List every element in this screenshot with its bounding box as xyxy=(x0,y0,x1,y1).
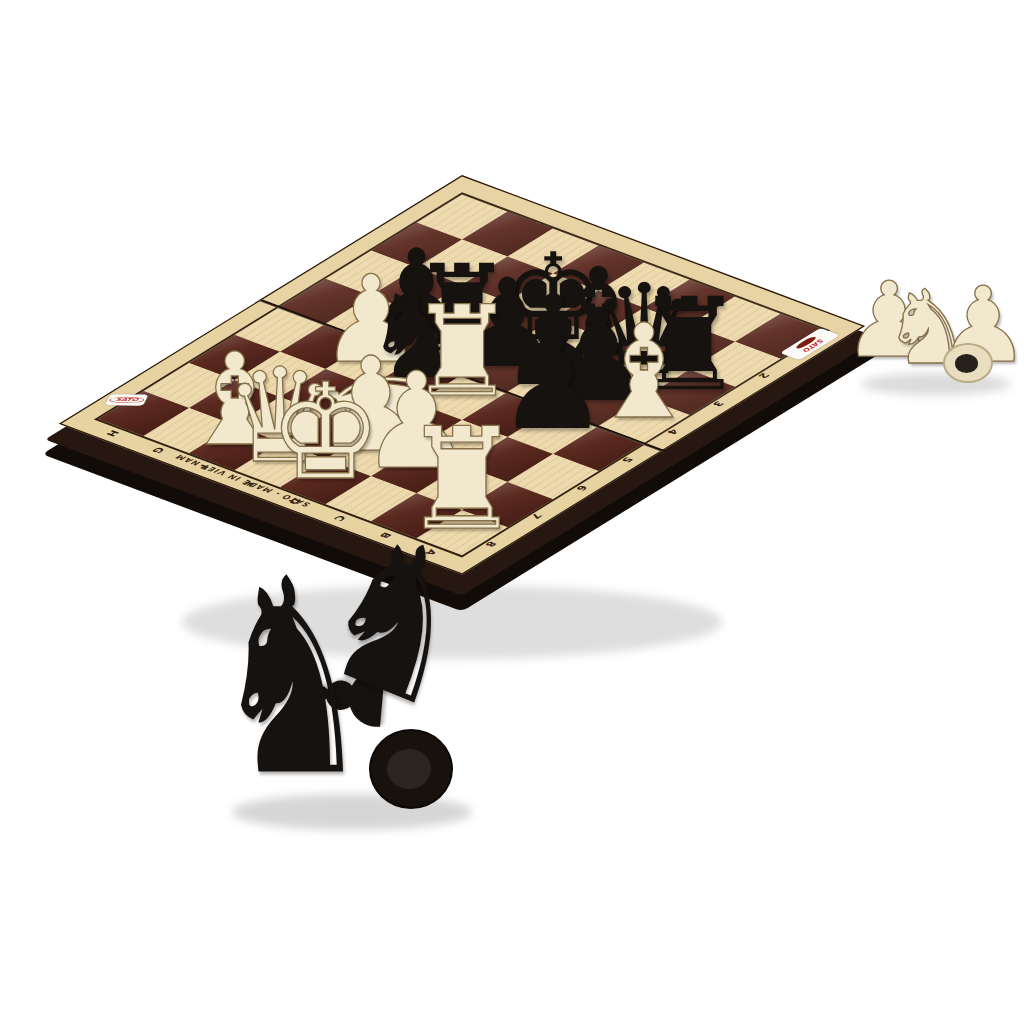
file-label-H: H xyxy=(104,429,122,438)
white-king-d8: ♚ xyxy=(269,366,382,499)
magnet-dot xyxy=(955,354,978,373)
brand-sticker-oval: SATO xyxy=(105,394,149,406)
chess-set-photo: HGFEDCBA12345678 SATO - MADE IN VIET NAM… xyxy=(0,0,1024,1024)
black-knight-standing-front: ♞ xyxy=(212,544,372,814)
white-piece-magnet-base xyxy=(943,343,993,383)
rank-label-2: 2 xyxy=(755,372,772,380)
black-piece-magnet-base xyxy=(369,729,453,809)
rank-label-5: 5 xyxy=(619,456,636,464)
magnet-dot xyxy=(387,749,431,789)
rank-label-6: 6 xyxy=(573,484,590,492)
rank-label-7: 7 xyxy=(528,512,545,520)
brand-logo-oval: SATO xyxy=(108,397,145,403)
